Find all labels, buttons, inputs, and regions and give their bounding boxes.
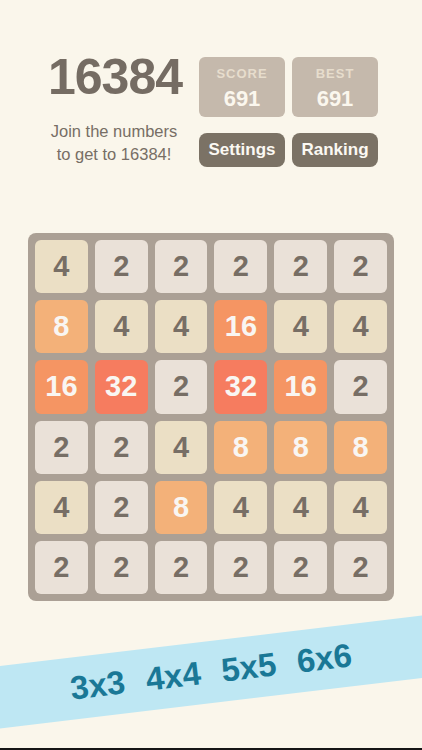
grid-size-option-6x6[interactable]: 6x6 — [295, 636, 354, 680]
ranking-button[interactable]: Ranking — [292, 133, 378, 167]
tile-4: 4 — [35, 481, 88, 534]
tile-8: 8 — [334, 421, 387, 474]
tile-4: 4 — [274, 481, 327, 534]
grid-size-banner: 3x3 4x4 5x5 6x6 — [0, 613, 422, 730]
tile-2: 2 — [274, 240, 327, 293]
tile-4: 4 — [155, 300, 208, 353]
tile-16: 16 — [35, 360, 88, 413]
best-label: BEST — [292, 66, 378, 81]
score-box: SCORE 691 — [199, 57, 285, 117]
tile-4: 4 — [155, 421, 208, 474]
tile-4: 4 — [334, 481, 387, 534]
settings-button[interactable]: Settings — [199, 133, 285, 167]
tile-8: 8 — [214, 421, 267, 474]
subtitle: Join the numbers to get to 16384! — [24, 120, 204, 167]
app-title: 16384 — [36, 48, 194, 106]
tile-4: 4 — [274, 300, 327, 353]
best-box: BEST 691 — [292, 57, 378, 117]
tile-4: 4 — [35, 240, 88, 293]
tile-8: 8 — [155, 481, 208, 534]
grid-size-option-5x5[interactable]: 5x5 — [219, 645, 278, 689]
game-board[interactable]: 4222228441644163223216222488842844422222… — [28, 233, 394, 601]
tile-2: 2 — [95, 240, 148, 293]
tile-16: 16 — [214, 300, 267, 353]
tile-2: 2 — [155, 360, 208, 413]
app-screen: 16384 Join the numbers to get to 16384! … — [0, 0, 422, 750]
tile-4: 4 — [214, 481, 267, 534]
subtitle-line-1: Join the numbers — [24, 120, 204, 143]
best-value: 691 — [292, 86, 378, 112]
subtitle-line-2: to get to 16384! — [24, 143, 204, 166]
tile-2: 2 — [95, 481, 148, 534]
tile-2: 2 — [155, 541, 208, 594]
tile-2: 2 — [35, 421, 88, 474]
tile-2: 2 — [95, 541, 148, 594]
tile-2: 2 — [334, 240, 387, 293]
grid-size-option-4x4[interactable]: 4x4 — [144, 654, 203, 698]
tile-2: 2 — [274, 541, 327, 594]
tile-32: 32 — [95, 360, 148, 413]
tile-32: 32 — [214, 360, 267, 413]
tile-16: 16 — [274, 360, 327, 413]
tile-4: 4 — [95, 300, 148, 353]
tile-2: 2 — [155, 240, 208, 293]
tile-2: 2 — [334, 360, 387, 413]
tile-4: 4 — [334, 300, 387, 353]
tile-2: 2 — [95, 421, 148, 474]
tile-2: 2 — [334, 541, 387, 594]
grid-size-option-3x3[interactable]: 3x3 — [68, 663, 127, 707]
tile-2: 2 — [214, 240, 267, 293]
tile-2: 2 — [214, 541, 267, 594]
score-value: 691 — [199, 86, 285, 112]
score-label: SCORE — [199, 66, 285, 81]
tile-2: 2 — [35, 541, 88, 594]
tile-8: 8 — [35, 300, 88, 353]
tile-8: 8 — [274, 421, 327, 474]
